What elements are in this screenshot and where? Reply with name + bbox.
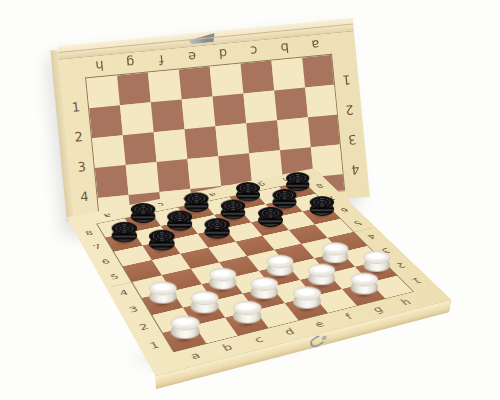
upright-square bbox=[210, 64, 244, 97]
white-checker-piece bbox=[149, 281, 177, 304]
white-checker-piece bbox=[171, 316, 200, 340]
flat-file-labels-far: abcdefgh bbox=[91, 172, 304, 224]
piece-shadow bbox=[256, 220, 286, 233]
piece-shadow bbox=[129, 217, 158, 230]
square-g6 bbox=[277, 211, 315, 230]
white-checker-piece bbox=[250, 277, 278, 299]
upright-square bbox=[179, 67, 213, 100]
coordinate-label: 1 bbox=[63, 90, 90, 122]
square-f5 bbox=[262, 230, 301, 250]
upright-square bbox=[148, 70, 182, 103]
square-f7 bbox=[240, 204, 277, 222]
coordinate-label: 1 bbox=[333, 64, 360, 96]
piece-shadow bbox=[110, 236, 140, 249]
open-board: abcdefgh abcdefgh 87654321 87654321 bbox=[101, 110, 393, 400]
checker-black-d6 bbox=[198, 228, 236, 248]
checker-black-a7 bbox=[105, 232, 142, 252]
upright-square bbox=[302, 55, 336, 88]
square-e6 bbox=[225, 222, 263, 241]
screw-icon bbox=[322, 336, 326, 341]
white-checker-piece bbox=[190, 291, 218, 314]
square-c6 bbox=[170, 234, 208, 254]
white-checker-piece bbox=[351, 273, 379, 295]
piece-shadow bbox=[219, 213, 249, 225]
metal-clasp-icon bbox=[188, 33, 216, 45]
black-checker-piece bbox=[149, 230, 175, 251]
coordinate-label: 2 bbox=[65, 120, 92, 152]
white-checker-piece bbox=[308, 264, 335, 286]
piece-shadow bbox=[270, 202, 299, 214]
piece-shadow bbox=[182, 206, 211, 218]
upright-square bbox=[271, 58, 305, 91]
piece-shadow bbox=[234, 195, 263, 207]
checker-black-b6 bbox=[142, 240, 180, 260]
white-checker-piece bbox=[267, 255, 294, 277]
square-a7 bbox=[105, 232, 142, 252]
black-checker-piece bbox=[112, 222, 137, 243]
checker-white-c1 bbox=[225, 310, 268, 335]
white-checker-piece bbox=[322, 242, 348, 263]
checker-black-c7 bbox=[161, 220, 198, 239]
square-d7 bbox=[188, 215, 225, 234]
piece-shadow bbox=[202, 232, 233, 245]
square-b7 bbox=[133, 226, 170, 246]
latch-hook-icon bbox=[310, 333, 330, 347]
upright-square bbox=[241, 61, 275, 94]
checker-black-f6 bbox=[251, 217, 289, 236]
coordinate-label: 3 bbox=[68, 150, 95, 182]
black-checker-piece bbox=[205, 218, 230, 238]
square-c7 bbox=[161, 220, 198, 239]
square-d6 bbox=[198, 228, 236, 248]
square-g7 bbox=[265, 199, 302, 217]
black-checker-piece bbox=[167, 211, 192, 231]
piece-shadow bbox=[147, 244, 178, 258]
checker-black-e7 bbox=[214, 209, 251, 228]
coordinate-label: 7 bbox=[81, 237, 114, 256]
black-checker-piece bbox=[221, 200, 246, 220]
square-g5 bbox=[289, 224, 328, 243]
white-checker-piece bbox=[209, 268, 236, 290]
square-f6 bbox=[251, 217, 289, 236]
black-checker-piece bbox=[273, 189, 297, 208]
white-checker-piece bbox=[364, 251, 391, 273]
coordinate-label: 4 bbox=[71, 180, 98, 212]
black-checker-piece bbox=[258, 207, 283, 227]
white-checker-piece bbox=[293, 286, 321, 309]
upright-square bbox=[86, 75, 120, 108]
upright-square bbox=[117, 73, 151, 106]
piece-shadow bbox=[165, 224, 195, 237]
checker-black-g7 bbox=[265, 199, 302, 217]
product-photo-scene: hgfedcba 1234 1234 abcdefgh abcdefgh 876… bbox=[0, 0, 500, 400]
square-e7 bbox=[214, 209, 251, 228]
white-checker-piece bbox=[233, 301, 262, 324]
square-e5 bbox=[236, 236, 275, 256]
